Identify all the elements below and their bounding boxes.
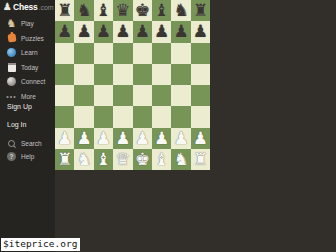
- piece-black-b-f8[interactable]: ♝: [152, 0, 171, 21]
- square-c5[interactable]: [94, 64, 113, 85]
- sidebar-item-label: Today: [21, 64, 38, 71]
- square-g6[interactable]: [171, 43, 190, 64]
- square-f7[interactable]: ♟: [152, 21, 171, 42]
- piece-white-p-c2[interactable]: ♟: [94, 128, 113, 149]
- piece-white-p-h2[interactable]: ♟: [191, 128, 210, 149]
- square-a4[interactable]: [55, 85, 74, 106]
- piece-black-p-h7[interactable]: ♟: [191, 21, 210, 42]
- help-icon: ?: [6, 151, 17, 162]
- square-d4[interactable]: [113, 85, 132, 106]
- sidebar-item-today[interactable]: Today: [0, 61, 55, 74]
- square-d2[interactable]: ♟: [113, 128, 132, 149]
- sidebar-item-help[interactable]: ? Help: [0, 150, 55, 163]
- square-c6[interactable]: [94, 43, 113, 64]
- learn-globe-icon: [6, 47, 17, 58]
- piece-white-n-b1[interactable]: ♞: [74, 149, 93, 170]
- square-e4[interactable]: [133, 85, 152, 106]
- square-e7[interactable]: ♟: [133, 21, 152, 42]
- square-b5[interactable]: [74, 64, 93, 85]
- square-e1[interactable]: ♚: [133, 149, 152, 170]
- square-h1[interactable]: ♜: [191, 149, 210, 170]
- sidebar-item-label: More: [21, 93, 36, 100]
- knight-icon: ♞: [6, 18, 17, 29]
- square-d6[interactable]: [113, 43, 132, 64]
- sidebar-item-label: Connect: [21, 78, 45, 85]
- square-a1[interactable]: ♜: [55, 149, 74, 170]
- square-f3[interactable]: [152, 106, 171, 127]
- square-g5[interactable]: [171, 64, 190, 85]
- watermark-label: $iteprice.org: [1, 238, 80, 251]
- piece-black-p-f7[interactable]: ♟: [152, 21, 171, 42]
- pawn-icon: ♟: [3, 2, 12, 12]
- square-c7[interactable]: ♟: [94, 21, 113, 42]
- square-c1[interactable]: ♝: [94, 149, 113, 170]
- piece-white-b-f1[interactable]: ♝: [152, 149, 171, 170]
- logo-text: Chess: [13, 2, 38, 12]
- search-icon: [6, 138, 17, 149]
- square-a3[interactable]: [55, 106, 74, 127]
- square-f6[interactable]: [152, 43, 171, 64]
- logo-suffix: .com: [38, 4, 53, 11]
- square-g7[interactable]: ♟: [171, 21, 190, 42]
- square-g3[interactable]: [171, 106, 190, 127]
- signup-button[interactable]: Sign Up: [7, 103, 33, 111]
- chesscom-logo[interactable]: ♟ Chess .com: [3, 2, 54, 12]
- square-f1[interactable]: ♝: [152, 149, 171, 170]
- sidebar-item-search[interactable]: Search: [0, 137, 55, 150]
- square-b3[interactable]: [74, 106, 93, 127]
- piece-black-n-b8[interactable]: ♞: [74, 0, 93, 21]
- square-g8[interactable]: ♞: [171, 0, 190, 21]
- square-h8[interactable]: ♜: [191, 0, 210, 21]
- piece-black-q-d8[interactable]: ♛: [113, 0, 132, 21]
- sidebar-item-play[interactable]: ♞ Play: [0, 17, 55, 30]
- square-b6[interactable]: [74, 43, 93, 64]
- piece-white-p-e2[interactable]: ♟: [133, 128, 152, 149]
- square-h5[interactable]: [191, 64, 210, 85]
- square-e6[interactable]: [133, 43, 152, 64]
- piece-black-p-a7[interactable]: ♟: [55, 21, 74, 42]
- piece-white-p-f2[interactable]: ♟: [152, 128, 171, 149]
- square-h6[interactable]: [191, 43, 210, 64]
- square-f4[interactable]: [152, 85, 171, 106]
- piece-black-p-g7[interactable]: ♟: [171, 21, 190, 42]
- square-a7[interactable]: ♟: [55, 21, 74, 42]
- piece-white-p-b2[interactable]: ♟: [74, 128, 93, 149]
- square-c2[interactable]: ♟: [94, 128, 113, 149]
- square-g1[interactable]: ♞: [171, 149, 190, 170]
- piece-black-p-c7[interactable]: ♟: [94, 21, 113, 42]
- square-h2[interactable]: ♟: [191, 128, 210, 149]
- square-e8[interactable]: ♚: [133, 0, 152, 21]
- piece-white-k-e1[interactable]: ♚: [133, 149, 152, 170]
- square-g2[interactable]: ♟: [171, 128, 190, 149]
- sidebar-item-label: Learn: [21, 49, 38, 56]
- piece-white-n-g1[interactable]: ♞: [171, 149, 190, 170]
- connect-sphere-icon: [6, 76, 17, 87]
- sidebar-item-label: Puzzles: [21, 35, 44, 42]
- square-d8[interactable]: ♛: [113, 0, 132, 21]
- square-h4[interactable]: [191, 85, 210, 106]
- piece-black-r-h8[interactable]: ♜: [191, 0, 210, 21]
- square-h7[interactable]: ♟: [191, 21, 210, 42]
- sidebar: ♟ Chess .com ♞ Play Puzzles Learn Today …: [0, 0, 55, 252]
- ellipsis-icon: •••: [6, 91, 17, 102]
- sidebar-item-puzzles[interactable]: Puzzles: [0, 32, 55, 45]
- square-b1[interactable]: ♞: [74, 149, 93, 170]
- piece-black-b-c8[interactable]: ♝: [94, 0, 113, 21]
- square-b7[interactable]: ♟: [74, 21, 93, 42]
- piece-black-k-e8[interactable]: ♚: [133, 0, 152, 21]
- square-e5[interactable]: [133, 64, 152, 85]
- square-g4[interactable]: [171, 85, 190, 106]
- square-e3[interactable]: [133, 106, 152, 127]
- sidebar-item-learn[interactable]: Learn: [0, 46, 55, 59]
- square-a6[interactable]: [55, 43, 74, 64]
- square-a2[interactable]: ♟: [55, 128, 74, 149]
- square-c3[interactable]: [94, 106, 113, 127]
- square-e2[interactable]: ♟: [133, 128, 152, 149]
- piece-black-r-a8[interactable]: ♜: [55, 0, 74, 21]
- square-c4[interactable]: [94, 85, 113, 106]
- piece-black-p-d7[interactable]: ♟: [113, 21, 132, 42]
- piece-white-p-a2[interactable]: ♟: [55, 128, 74, 149]
- piece-black-n-g8[interactable]: ♞: [171, 0, 190, 21]
- login-button[interactable]: Log In: [7, 121, 33, 129]
- piece-white-p-d2[interactable]: ♟: [113, 128, 132, 149]
- square-d1[interactable]: ♛: [113, 149, 132, 170]
- sidebar-item-label: Play: [21, 20, 34, 27]
- sidebar-item-label: Search: [21, 140, 42, 147]
- square-f2[interactable]: ♟: [152, 128, 171, 149]
- piece-black-p-b7[interactable]: ♟: [74, 21, 93, 42]
- piece-white-r-a1[interactable]: ♜: [55, 149, 74, 170]
- piece-white-q-d1[interactable]: ♛: [113, 149, 132, 170]
- square-d3[interactable]: [113, 106, 132, 127]
- square-b8[interactable]: ♞: [74, 0, 93, 21]
- sidebar-item-more[interactable]: ••• More: [0, 90, 55, 103]
- square-d5[interactable]: [113, 64, 132, 85]
- square-h3[interactable]: [191, 106, 210, 127]
- square-f8[interactable]: ♝: [152, 0, 171, 21]
- square-b2[interactable]: ♟: [74, 128, 93, 149]
- sidebar-item-label: Help: [21, 153, 34, 160]
- sidebar-item-connect[interactable]: Connect: [0, 75, 55, 88]
- piece-white-p-g2[interactable]: ♟: [171, 128, 190, 149]
- chess-board: ♜♞♝♛♚♝♞♜♟♟♟♟♟♟♟♟♟♟♟♟♟♟♟♟♜♞♝♛♚♝♞♜: [55, 0, 210, 170]
- square-a5[interactable]: [55, 64, 74, 85]
- square-d7[interactable]: ♟: [113, 21, 132, 42]
- square-f5[interactable]: [152, 64, 171, 85]
- puzzle-piece-icon: [6, 33, 17, 44]
- calendar-icon: [6, 62, 17, 73]
- piece-black-p-e7[interactable]: ♟: [133, 21, 152, 42]
- square-c8[interactable]: ♝: [94, 0, 113, 21]
- square-a8[interactable]: ♜: [55, 0, 74, 21]
- piece-white-r-h1[interactable]: ♜: [191, 149, 210, 170]
- piece-white-b-c1[interactable]: ♝: [94, 149, 113, 170]
- square-b4[interactable]: [74, 85, 93, 106]
